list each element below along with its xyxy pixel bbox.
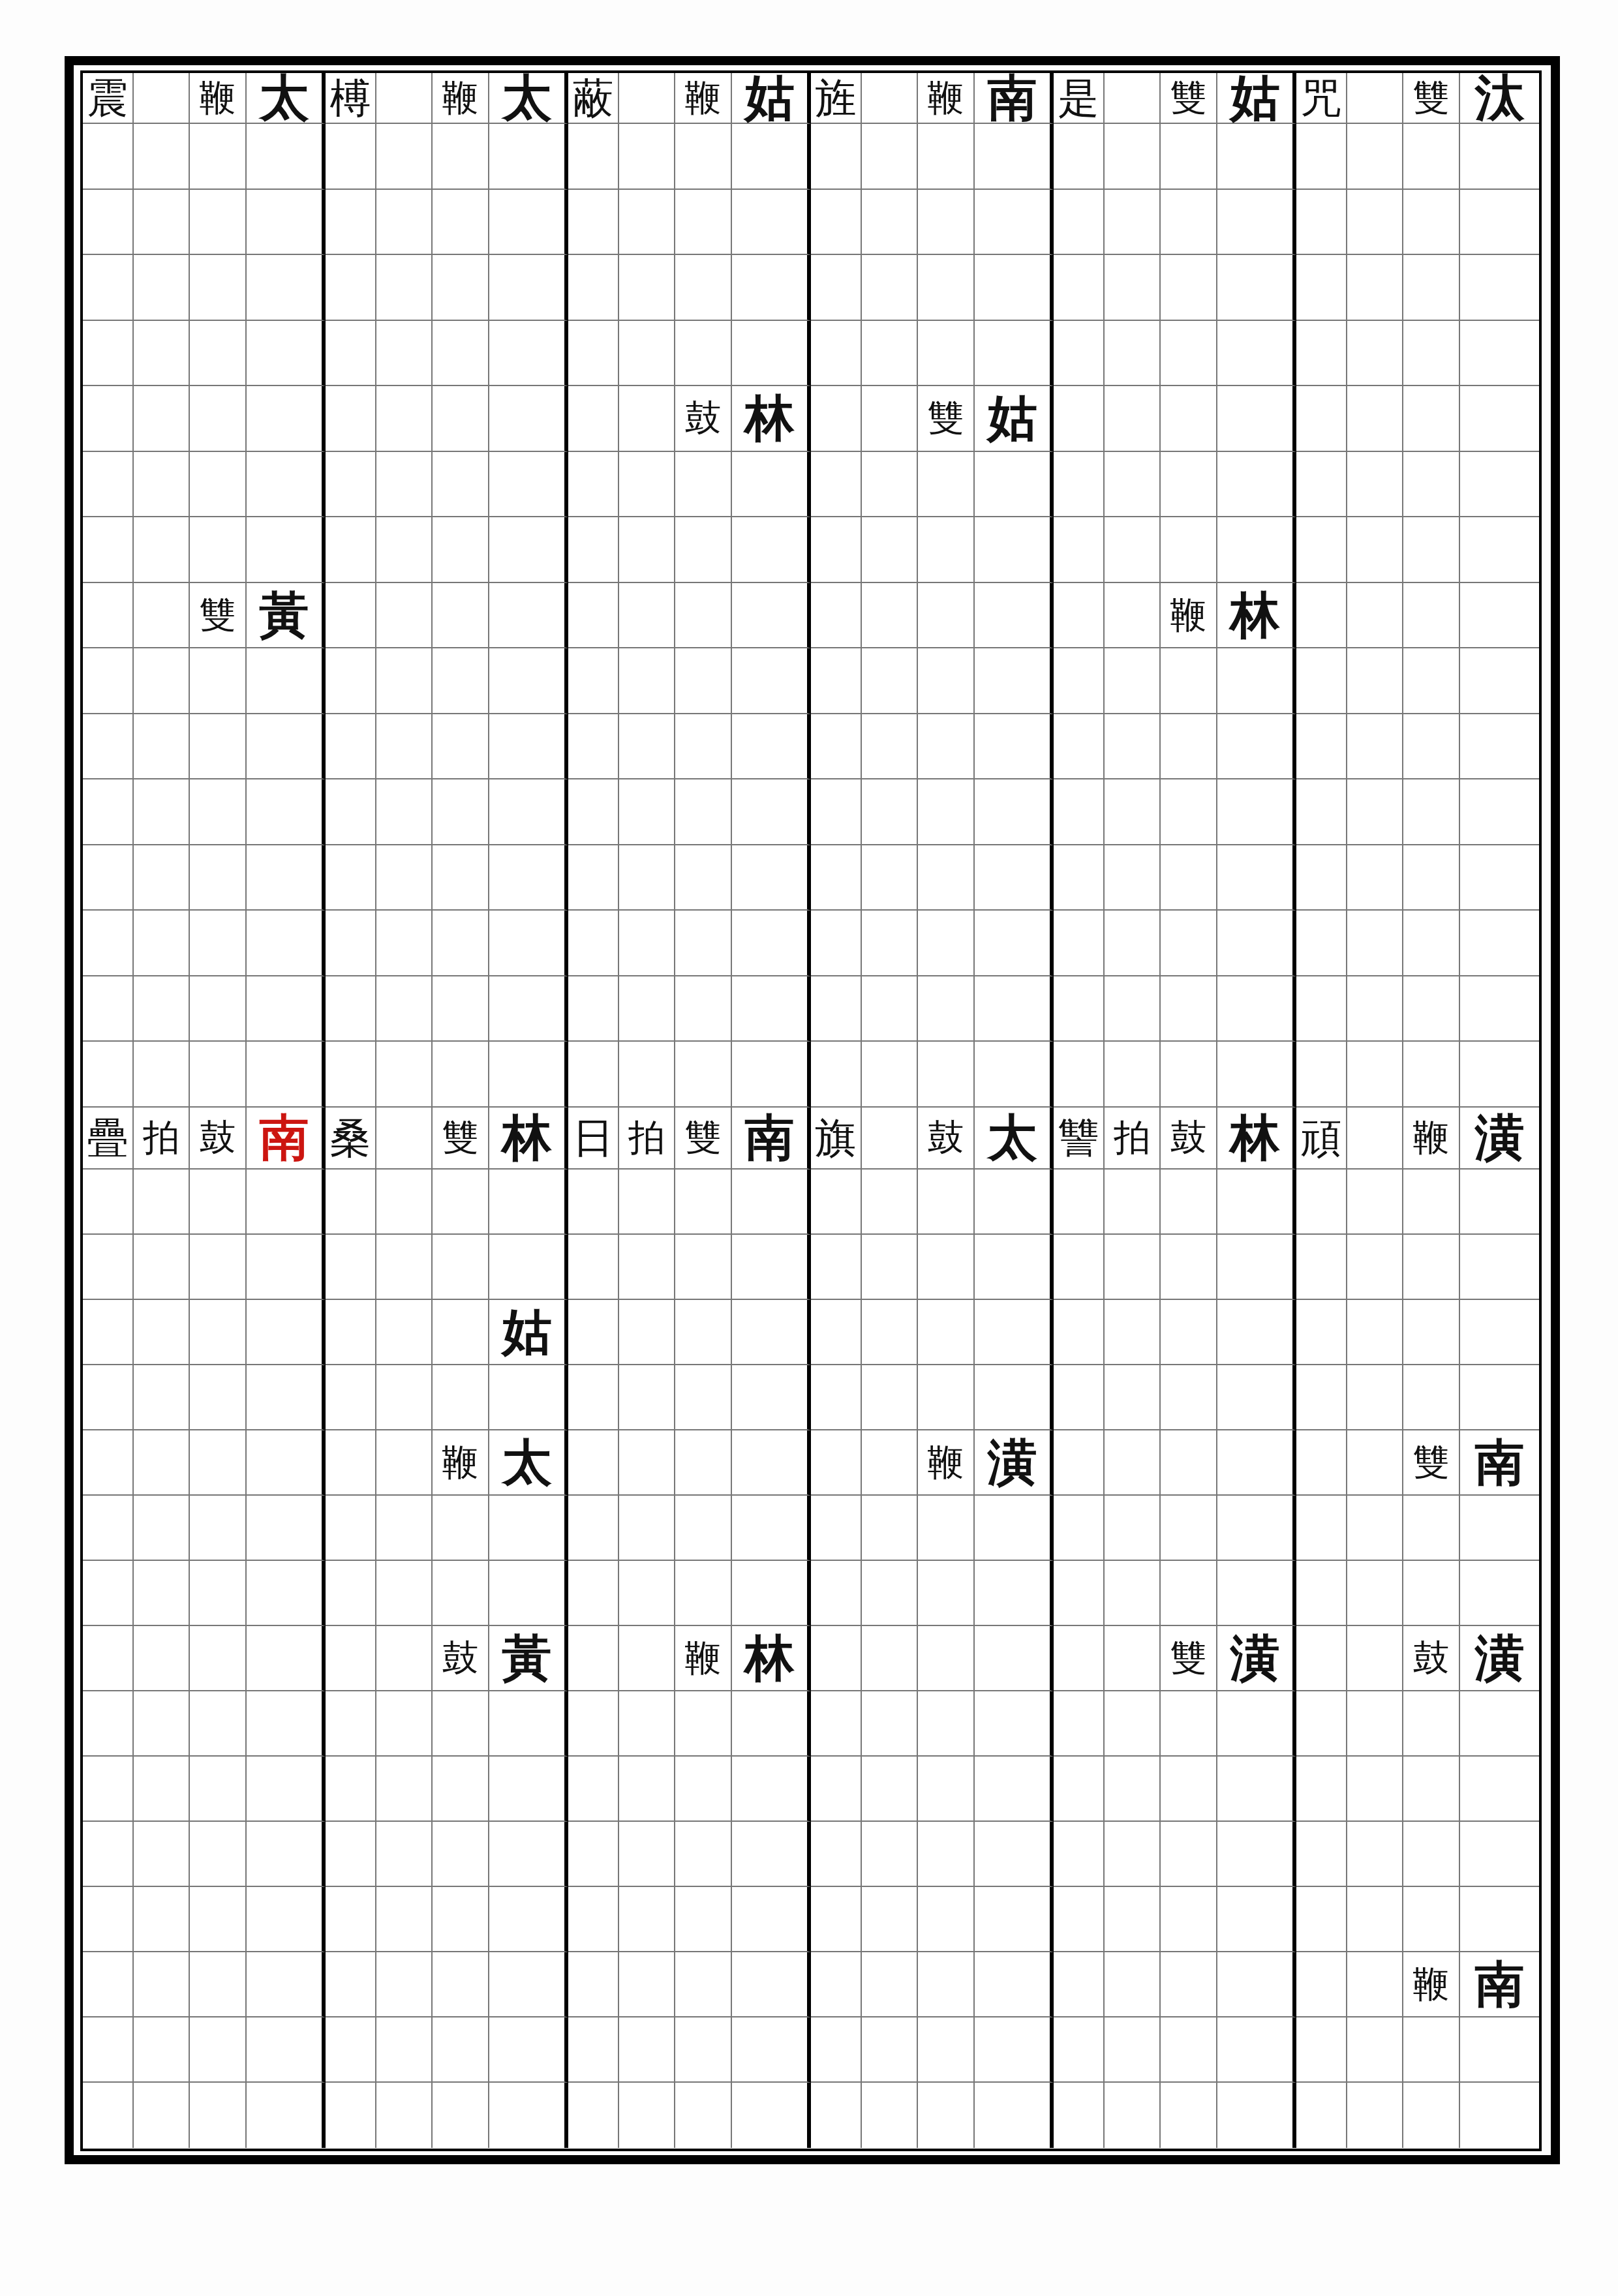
perc-char: 鼓 xyxy=(442,1640,479,1676)
score-cell xyxy=(1403,1042,1460,1108)
score-cell: 雙 xyxy=(190,583,247,649)
score-cell xyxy=(1161,1561,1217,1626)
score-cell xyxy=(1217,1042,1296,1108)
score-cell xyxy=(1296,1626,1347,1691)
score-cell xyxy=(83,124,134,190)
score-cell: 頑 xyxy=(1296,1108,1347,1170)
lyric-char: 日 xyxy=(573,1117,614,1158)
score-cell xyxy=(1460,1300,1539,1365)
score-cell xyxy=(732,1430,811,1496)
score-cell xyxy=(247,911,326,976)
pitch-char: 潢 xyxy=(1475,1633,1525,1683)
score-cell xyxy=(862,124,918,190)
score-cell xyxy=(134,1626,190,1691)
score-cell xyxy=(83,1887,134,1952)
score-cell xyxy=(433,1496,489,1561)
score-cell xyxy=(1161,2017,1217,2083)
score-cell xyxy=(568,2083,619,2148)
score-cell xyxy=(433,124,489,190)
score-cell xyxy=(732,1170,811,1235)
score-cell xyxy=(1054,1757,1105,1822)
score-cell xyxy=(619,386,675,452)
score-cell xyxy=(568,124,619,190)
score-cell xyxy=(975,845,1054,911)
score-cell xyxy=(1054,1561,1105,1626)
score-cell xyxy=(1347,1108,1403,1170)
score-cell xyxy=(1403,321,1460,387)
score-cell xyxy=(376,1691,433,1757)
score-cell xyxy=(568,1952,619,2017)
score-cell xyxy=(1296,1952,1347,2017)
score-cell xyxy=(568,190,619,256)
score-cell xyxy=(433,321,489,387)
score-cell: 雙 xyxy=(918,386,975,452)
score-cell xyxy=(83,1952,134,2017)
score-cell: 鞭 xyxy=(918,73,975,124)
score-cell: 鞭 xyxy=(1403,1952,1460,2017)
score-cell xyxy=(918,1561,975,1626)
score-cell xyxy=(376,845,433,911)
score-cell xyxy=(489,1822,568,1887)
score-cell xyxy=(83,2017,134,2083)
score-cell xyxy=(190,1496,247,1561)
score-cell: 雙 xyxy=(1161,1626,1217,1691)
score-cell xyxy=(862,1822,918,1887)
score-cell xyxy=(1161,321,1217,387)
score-cell xyxy=(918,1042,975,1108)
score-cell xyxy=(326,1365,376,1430)
score-cell xyxy=(811,1235,862,1300)
score-cell xyxy=(675,255,732,321)
score-cell xyxy=(1105,2083,1161,2148)
score-cell xyxy=(675,190,732,256)
score-cell xyxy=(247,976,326,1042)
score-cell xyxy=(619,517,675,583)
score-cell xyxy=(1054,1235,1105,1300)
score-cell xyxy=(568,1430,619,1496)
score-cell xyxy=(732,1691,811,1757)
score-cell xyxy=(247,1300,326,1365)
score-cell xyxy=(568,911,619,976)
score-cell xyxy=(732,714,811,780)
score-cell xyxy=(1347,1757,1403,1822)
score-cell xyxy=(1217,2017,1296,2083)
score-cell: 讐 xyxy=(1054,1108,1105,1170)
score-cell xyxy=(433,1042,489,1108)
perc-char: 鞭 xyxy=(1413,1966,1450,2002)
score-cell xyxy=(1347,1561,1403,1626)
score-cell xyxy=(918,1887,975,1952)
score-cell xyxy=(190,452,247,518)
score-cell xyxy=(1105,1496,1161,1561)
score-cell xyxy=(675,321,732,387)
score-cell xyxy=(83,1757,134,1822)
score-cell xyxy=(918,124,975,190)
score-cell xyxy=(326,1170,376,1235)
score-cell xyxy=(190,1235,247,1300)
pitch-char: 姑 xyxy=(988,393,1037,443)
score-cell xyxy=(1217,1822,1296,1887)
score-cell xyxy=(1403,2083,1460,2148)
score-cell xyxy=(83,845,134,911)
score-cell xyxy=(1054,1887,1105,1952)
score-cell xyxy=(134,1691,190,1757)
score-cell xyxy=(134,1887,190,1952)
score-cell xyxy=(1217,321,1296,387)
score-cell xyxy=(1054,255,1105,321)
score-cell xyxy=(134,1300,190,1365)
score-cell xyxy=(568,583,619,649)
score-cell xyxy=(190,386,247,452)
score-cell xyxy=(811,2017,862,2083)
score-cell xyxy=(1161,452,1217,518)
score-cell xyxy=(190,124,247,190)
score-cell xyxy=(975,1365,1054,1430)
score-cell xyxy=(975,1757,1054,1822)
score-cell xyxy=(1403,386,1460,452)
score-cell xyxy=(975,1626,1054,1691)
score-cell xyxy=(862,714,918,780)
score-cell xyxy=(918,1691,975,1757)
score-grid: 震鞭太榑鞭太蔽鞭姑旌鞭南是雙姑咒雙汰鼓林雙姑雙黃鞭林疊拍鼓南桑雙林日拍雙南旗鼓太… xyxy=(80,70,1542,2151)
score-cell xyxy=(1217,976,1296,1042)
score-cell xyxy=(134,2083,190,2148)
score-cell xyxy=(326,845,376,911)
score-cell xyxy=(1105,190,1161,256)
score-cell xyxy=(1217,714,1296,780)
score-cell xyxy=(811,1887,862,1952)
score-cell xyxy=(433,1822,489,1887)
score-cell xyxy=(134,779,190,845)
score-cell xyxy=(1296,1691,1347,1757)
score-cell xyxy=(376,73,433,124)
score-cell xyxy=(1403,1300,1460,1365)
score-cell xyxy=(247,1952,326,2017)
score-cell xyxy=(568,517,619,583)
score-cell xyxy=(433,1887,489,1952)
perc-char: 鞭 xyxy=(1170,597,1207,633)
lyric-char: 疊 xyxy=(87,1117,129,1158)
score-cell xyxy=(732,452,811,518)
score-cell xyxy=(862,255,918,321)
score-cell xyxy=(247,648,326,714)
score-cell xyxy=(1296,1365,1347,1430)
score-cell xyxy=(376,714,433,780)
score-cell xyxy=(975,976,1054,1042)
score-cell xyxy=(732,1561,811,1626)
score-cell xyxy=(1054,190,1105,256)
score-cell xyxy=(568,1365,619,1430)
score-cell xyxy=(1296,1300,1347,1365)
score-cell xyxy=(732,1235,811,1300)
score-cell xyxy=(1217,1430,1296,1496)
perc-char: 雙 xyxy=(200,597,236,633)
pitch-char: 林 xyxy=(745,1633,795,1683)
score-cell: 鞭 xyxy=(1403,1108,1460,1170)
score-cell xyxy=(1296,2083,1347,2148)
score-cell xyxy=(1460,1496,1539,1561)
score-cell xyxy=(433,2083,489,2148)
score-cell xyxy=(1347,255,1403,321)
score-cell xyxy=(134,386,190,452)
score-cell: 姑 xyxy=(732,73,811,124)
score-cell xyxy=(247,1757,326,1822)
score-cell xyxy=(732,648,811,714)
score-cell xyxy=(376,1235,433,1300)
score-cell xyxy=(1054,911,1105,976)
score-cell xyxy=(83,190,134,256)
score-cell xyxy=(433,714,489,780)
score-cell xyxy=(1403,1887,1460,1952)
score-cell xyxy=(811,1952,862,2017)
score-cell xyxy=(489,452,568,518)
score-cell: 榑 xyxy=(326,73,376,124)
score-cell xyxy=(675,1887,732,1952)
score-cell xyxy=(1161,190,1217,256)
score-cell xyxy=(83,1822,134,1887)
score-cell xyxy=(1161,1822,1217,1887)
score-cell xyxy=(619,1691,675,1757)
score-cell xyxy=(1296,779,1347,845)
score-cell xyxy=(862,976,918,1042)
score-cell xyxy=(619,714,675,780)
score-cell xyxy=(1161,714,1217,780)
score-cell xyxy=(1217,911,1296,976)
score-cell xyxy=(1217,517,1296,583)
score-cell xyxy=(862,1757,918,1822)
score-cell xyxy=(1347,1626,1403,1691)
score-cell xyxy=(732,1757,811,1822)
score-cell xyxy=(1105,1170,1161,1235)
score-cell xyxy=(1161,1235,1217,1300)
score-cell xyxy=(975,1170,1054,1235)
score-cell xyxy=(83,1235,134,1300)
perc-char: 鼓 xyxy=(1170,1119,1207,1156)
score-cell xyxy=(619,845,675,911)
score-cell: 咒 xyxy=(1296,73,1347,124)
score-cell xyxy=(376,517,433,583)
score-cell xyxy=(975,2017,1054,2083)
score-cell xyxy=(489,1170,568,1235)
score-cell xyxy=(1403,1235,1460,1300)
score-cell xyxy=(433,517,489,583)
score-cell xyxy=(1054,321,1105,387)
score-cell xyxy=(489,714,568,780)
score-cell xyxy=(376,1561,433,1626)
score-cell xyxy=(190,1430,247,1496)
score-cell xyxy=(918,1496,975,1561)
pitch-char: 太 xyxy=(502,73,552,123)
score-cell xyxy=(83,517,134,583)
score-cell xyxy=(1403,2017,1460,2083)
score-cell xyxy=(1347,911,1403,976)
score-cell xyxy=(83,779,134,845)
score-cell xyxy=(489,845,568,911)
score-cell xyxy=(1460,1822,1539,1887)
score-cell xyxy=(619,1952,675,2017)
score-cell xyxy=(568,386,619,452)
score-cell xyxy=(433,583,489,649)
score-cell xyxy=(1217,1757,1296,1822)
score-cell xyxy=(1460,845,1539,911)
score-cell xyxy=(811,124,862,190)
score-cell xyxy=(1460,321,1539,387)
score-cell xyxy=(134,73,190,124)
score-cell: 雙 xyxy=(433,1108,489,1170)
score-cell xyxy=(134,845,190,911)
score-cell xyxy=(433,1952,489,2017)
perc-char: 鼓 xyxy=(200,1119,236,1156)
score-cell xyxy=(1403,1822,1460,1887)
score-cell xyxy=(190,845,247,911)
pitch-char: 黃 xyxy=(260,590,309,640)
score-cell xyxy=(190,1365,247,1430)
perc-char: 鼓 xyxy=(1413,1640,1450,1676)
score-cell xyxy=(1347,1170,1403,1235)
score-cell xyxy=(1054,517,1105,583)
score-cell xyxy=(247,452,326,518)
pitch-char: 汰 xyxy=(1475,73,1525,123)
score-cell xyxy=(489,517,568,583)
score-cell xyxy=(1161,1691,1217,1757)
score-cell xyxy=(675,648,732,714)
score-cell: 南 xyxy=(975,73,1054,124)
pitch-char: 林 xyxy=(1230,590,1280,640)
score-cell xyxy=(1296,583,1347,649)
score-cell xyxy=(134,517,190,583)
score-cell xyxy=(811,911,862,976)
score-cell: 雙 xyxy=(1161,73,1217,124)
pitch-char: 太 xyxy=(988,1113,1037,1162)
score-cell xyxy=(190,1887,247,1952)
score-cell xyxy=(1217,1952,1296,2017)
score-cell xyxy=(918,1952,975,2017)
lyric-char: 旗 xyxy=(816,1117,857,1158)
score-cell xyxy=(83,1691,134,1757)
perc-char: 鞭 xyxy=(685,80,722,116)
score-cell xyxy=(568,1691,619,1757)
score-cell xyxy=(1296,1561,1347,1626)
score-cell xyxy=(675,2017,732,2083)
perc-char: 雙 xyxy=(1413,80,1450,116)
score-cell xyxy=(1347,845,1403,911)
score-cell xyxy=(489,779,568,845)
score-cell xyxy=(247,1170,326,1235)
score-cell xyxy=(862,845,918,911)
score-cell xyxy=(433,648,489,714)
score-cell xyxy=(190,648,247,714)
score-cell: 林 xyxy=(489,1108,568,1170)
score-cell xyxy=(568,1626,619,1691)
score-cell xyxy=(247,124,326,190)
score-cell xyxy=(918,1170,975,1235)
score-cell xyxy=(1105,321,1161,387)
score-cell xyxy=(376,1170,433,1235)
score-cell xyxy=(247,1430,326,1496)
score-cell xyxy=(1403,779,1460,845)
score-cell xyxy=(190,1561,247,1626)
score-cell xyxy=(376,190,433,256)
score-cell xyxy=(811,1757,862,1822)
score-cell xyxy=(376,321,433,387)
score-cell xyxy=(134,190,190,256)
score-cell xyxy=(975,1042,1054,1108)
score-cell xyxy=(1460,1365,1539,1430)
score-cell xyxy=(675,1170,732,1235)
score-cell: 鞭 xyxy=(433,73,489,124)
score-cell xyxy=(1105,386,1161,452)
lyric-char: 旌 xyxy=(816,78,857,119)
score-cell xyxy=(732,845,811,911)
pitch-char: 林 xyxy=(502,1113,552,1162)
score-cell xyxy=(975,1300,1054,1365)
score-cell xyxy=(190,1691,247,1757)
score-cell xyxy=(811,648,862,714)
lyric-char: 讐 xyxy=(1058,1117,1099,1158)
score-cell xyxy=(376,1887,433,1952)
score-cell xyxy=(1105,1300,1161,1365)
score-cell xyxy=(1296,190,1347,256)
score-cell: 疊 xyxy=(83,1108,134,1170)
score-cell: 南 xyxy=(732,1108,811,1170)
score-cell xyxy=(1403,1170,1460,1235)
score-cell xyxy=(247,845,326,911)
score-cell xyxy=(134,714,190,780)
lyric-char: 頑 xyxy=(1301,1117,1342,1158)
score-cell xyxy=(433,845,489,911)
score-cell xyxy=(732,911,811,976)
score-cell: 拍 xyxy=(134,1108,190,1170)
score-cell: 姑 xyxy=(1217,73,1296,124)
score-cell xyxy=(1403,976,1460,1042)
score-cell xyxy=(675,1042,732,1108)
score-cell xyxy=(489,1365,568,1430)
lyric-char: 榑 xyxy=(330,78,371,119)
score-cell xyxy=(1217,1365,1296,1430)
score-cell xyxy=(1105,2017,1161,2083)
score-cell xyxy=(376,1822,433,1887)
score-cell xyxy=(1347,73,1403,124)
score-cell xyxy=(1347,517,1403,583)
score-cell xyxy=(1403,648,1460,714)
score-cell xyxy=(1347,1822,1403,1887)
score-cell xyxy=(326,386,376,452)
score-cell xyxy=(1296,124,1347,190)
score-cell xyxy=(918,1365,975,1430)
score-cell xyxy=(732,1365,811,1430)
score-cell xyxy=(568,648,619,714)
score-cell xyxy=(433,1235,489,1300)
score-cell xyxy=(376,1430,433,1496)
pitch-char: 林 xyxy=(745,393,795,443)
perc-char: 雙 xyxy=(1413,1444,1450,1481)
score-cell: 鼓 xyxy=(675,386,732,452)
score-cell xyxy=(732,2017,811,2083)
score-cell xyxy=(326,2083,376,2148)
score-cell xyxy=(1403,1561,1460,1626)
score-cell xyxy=(1217,452,1296,518)
score-cell xyxy=(1403,1691,1460,1757)
score-cell xyxy=(975,1561,1054,1626)
score-cell xyxy=(326,1626,376,1691)
score-cell xyxy=(975,1691,1054,1757)
score-cell xyxy=(1460,779,1539,845)
score-cell xyxy=(83,714,134,780)
lyric-char: 是 xyxy=(1058,78,1099,119)
score-cell xyxy=(675,1822,732,1887)
score-cell xyxy=(376,648,433,714)
score-cell xyxy=(732,2083,811,2148)
